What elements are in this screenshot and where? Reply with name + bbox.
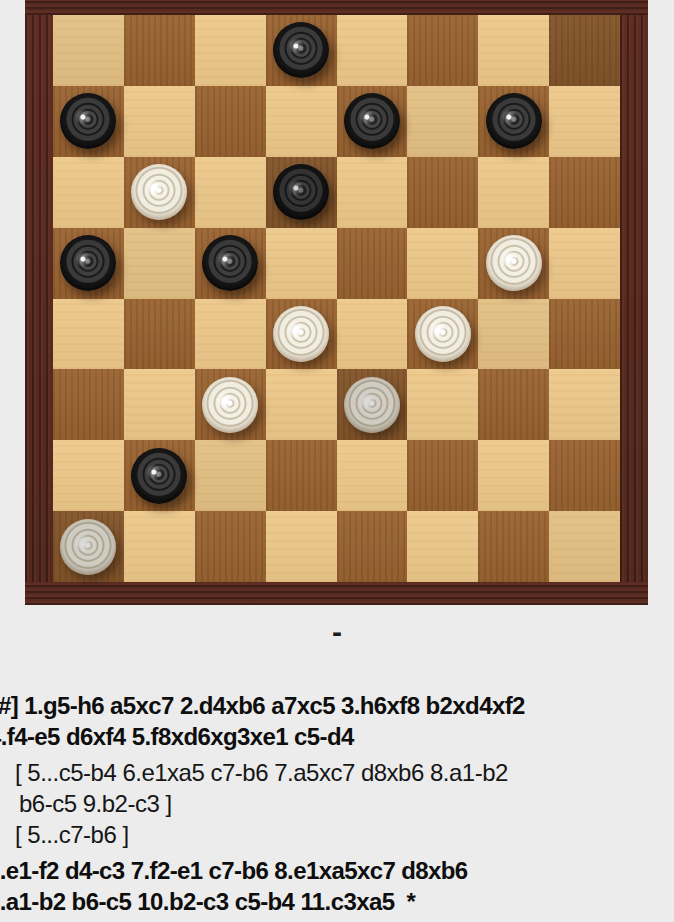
- square-e7[interactable]: [337, 86, 408, 157]
- square-b7[interactable]: [124, 86, 195, 157]
- square-c4[interactable]: [195, 299, 266, 370]
- moves-line-2: 4.f4-e5 d6xf4 5.f8xd6xg3xe1 c5-d4: [0, 721, 674, 752]
- square-a5[interactable]: [53, 228, 124, 299]
- square-b8[interactable]: [124, 15, 195, 86]
- square-b1[interactable]: [124, 511, 195, 582]
- white-checker-c3[interactable]: [202, 377, 258, 433]
- moves-line-3: [ 5...c5-b4 6.e1xa5 c7-b6 7.a5xc7 d8xb6 …: [0, 757, 674, 788]
- black-checker-d6[interactable]: [273, 164, 329, 220]
- square-g8[interactable]: [478, 15, 549, 86]
- result-separator: -: [0, 612, 674, 652]
- square-a7[interactable]: [53, 86, 124, 157]
- white-checker-b6[interactable]: [131, 164, 187, 220]
- square-h4[interactable]: [549, 299, 620, 370]
- square-b4[interactable]: [124, 299, 195, 370]
- square-e6[interactable]: [337, 157, 408, 228]
- moves-notation-block: #] 1.g5-h6 a5xc7 2.d4xb6 a7xc5 3.h6xf8 b…: [0, 690, 674, 917]
- black-checker-a7[interactable]: [60, 93, 116, 149]
- moves-line-6: 6.e1-f2 d4-c3 7.f2-e1 c7-b6 8.e1xa5xc7 d…: [0, 855, 674, 886]
- square-c3[interactable]: [195, 369, 266, 440]
- black-checker-c5[interactable]: [202, 235, 258, 291]
- square-c5[interactable]: [195, 228, 266, 299]
- moves-line-5: [ 5...c7-b6 ]: [0, 819, 674, 850]
- square-g5[interactable]: [478, 228, 549, 299]
- black-checker-a5[interactable]: [60, 235, 116, 291]
- square-g4[interactable]: [478, 299, 549, 370]
- white-checker-f4[interactable]: [415, 306, 471, 362]
- square-a6[interactable]: [53, 157, 124, 228]
- square-d8[interactable]: [266, 15, 337, 86]
- board-frame-top: [25, 0, 648, 15]
- black-checker-e7[interactable]: [344, 93, 400, 149]
- square-c1[interactable]: [195, 511, 266, 582]
- square-a8[interactable]: [53, 15, 124, 86]
- moves-line-1: #] 1.g5-h6 a5xc7 2.d4xb6 a7xc5 3.h6xf8 b…: [0, 690, 674, 721]
- square-d5[interactable]: [266, 228, 337, 299]
- square-f1[interactable]: [407, 511, 478, 582]
- square-d4[interactable]: [266, 299, 337, 370]
- square-b3[interactable]: [124, 369, 195, 440]
- black-checker-g7[interactable]: [486, 93, 542, 149]
- square-f4[interactable]: [407, 299, 478, 370]
- square-h8[interactable]: [549, 15, 620, 86]
- square-c7[interactable]: [195, 86, 266, 157]
- checkers-board: [53, 15, 620, 582]
- square-h5[interactable]: [549, 228, 620, 299]
- white-checker-d4[interactable]: [273, 306, 329, 362]
- moves-line-4: b6-c5 9.b2-c3 ]: [0, 788, 674, 819]
- square-g1[interactable]: [478, 511, 549, 582]
- square-e5[interactable]: [337, 228, 408, 299]
- square-b2[interactable]: [124, 440, 195, 511]
- white-checker-a1[interactable]: [60, 519, 116, 575]
- square-a3[interactable]: [53, 369, 124, 440]
- square-g6[interactable]: [478, 157, 549, 228]
- square-b5[interactable]: [124, 228, 195, 299]
- square-d2[interactable]: [266, 440, 337, 511]
- square-h1[interactable]: [549, 511, 620, 582]
- square-d6[interactable]: [266, 157, 337, 228]
- square-f8[interactable]: [407, 15, 478, 86]
- white-checker-e3[interactable]: [344, 377, 400, 433]
- square-c6[interactable]: [195, 157, 266, 228]
- black-checker-d8[interactable]: [273, 22, 329, 78]
- square-e3[interactable]: [337, 369, 408, 440]
- square-g7[interactable]: [478, 86, 549, 157]
- square-h2[interactable]: [549, 440, 620, 511]
- square-c2[interactable]: [195, 440, 266, 511]
- square-g2[interactable]: [478, 440, 549, 511]
- square-e1[interactable]: [337, 511, 408, 582]
- white-checker-g5[interactable]: [486, 235, 542, 291]
- square-d3[interactable]: [266, 369, 337, 440]
- square-f7[interactable]: [407, 86, 478, 157]
- board-frame-bottom: [25, 582, 648, 605]
- square-a2[interactable]: [53, 440, 124, 511]
- square-g3[interactable]: [478, 369, 549, 440]
- square-f3[interactable]: [407, 369, 478, 440]
- square-f2[interactable]: [407, 440, 478, 511]
- moves-line-7: 9.a1-b2 b6-c5 10.b2-c3 c5-b4 11.c3xa5 *: [0, 886, 674, 917]
- square-f6[interactable]: [407, 157, 478, 228]
- square-c8[interactable]: [195, 15, 266, 86]
- square-a1[interactable]: [53, 511, 124, 582]
- square-a4[interactable]: [53, 299, 124, 370]
- square-h6[interactable]: [549, 157, 620, 228]
- black-checker-b2[interactable]: [131, 448, 187, 504]
- square-d7[interactable]: [266, 86, 337, 157]
- square-h7[interactable]: [549, 86, 620, 157]
- square-d1[interactable]: [266, 511, 337, 582]
- square-e2[interactable]: [337, 440, 408, 511]
- square-e4[interactable]: [337, 299, 408, 370]
- square-b6[interactable]: [124, 157, 195, 228]
- board-frame: [25, 0, 648, 605]
- square-h3[interactable]: [549, 369, 620, 440]
- square-f5[interactable]: [407, 228, 478, 299]
- square-e8[interactable]: [337, 15, 408, 86]
